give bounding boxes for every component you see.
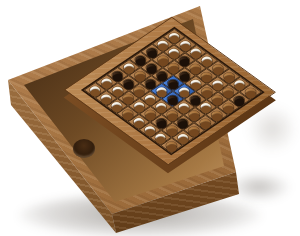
black-peg[interactable] xyxy=(178,55,192,65)
white-peg[interactable] xyxy=(155,86,169,96)
natural-peg[interactable] xyxy=(200,71,214,81)
black-peg[interactable] xyxy=(133,54,147,64)
white-peg[interactable] xyxy=(99,77,113,87)
black-peg[interactable] xyxy=(110,70,124,80)
natural-peg[interactable] xyxy=(210,110,224,120)
black-peg[interactable] xyxy=(166,94,180,104)
product-photo-stage xyxy=(0,0,300,236)
natural-peg[interactable] xyxy=(221,102,235,112)
white-peg[interactable] xyxy=(110,85,124,95)
natural-peg[interactable] xyxy=(211,63,225,73)
white-peg[interactable] xyxy=(199,102,213,112)
natural-peg[interactable] xyxy=(187,125,201,135)
white-peg[interactable] xyxy=(177,102,191,112)
black-peg[interactable] xyxy=(177,71,191,81)
natural-peg[interactable] xyxy=(165,109,179,119)
natural-peg[interactable] xyxy=(121,93,135,103)
black-peg[interactable] xyxy=(154,117,168,127)
natural-peg[interactable] xyxy=(199,86,213,96)
white-peg[interactable] xyxy=(153,133,167,143)
black-peg[interactable] xyxy=(144,78,158,88)
white-peg[interactable] xyxy=(200,55,214,65)
natural-peg[interactable] xyxy=(133,70,147,80)
black-peg[interactable] xyxy=(144,62,158,72)
white-peg[interactable] xyxy=(156,39,170,49)
white-peg[interactable] xyxy=(177,86,191,96)
white-peg[interactable] xyxy=(88,85,102,95)
natural-peg[interactable] xyxy=(143,109,157,119)
natural-peg[interactable] xyxy=(164,141,178,151)
black-peg[interactable] xyxy=(144,47,158,57)
black-peg[interactable] xyxy=(232,95,246,105)
white-peg[interactable] xyxy=(176,133,190,143)
black-peg[interactable] xyxy=(121,78,135,88)
natural-peg[interactable] xyxy=(155,55,169,65)
natural-peg[interactable] xyxy=(198,118,212,128)
white-peg[interactable] xyxy=(210,79,224,89)
white-peg[interactable] xyxy=(233,79,247,89)
natural-peg[interactable] xyxy=(166,63,180,73)
white-peg[interactable] xyxy=(143,125,157,135)
natural-peg[interactable] xyxy=(132,86,146,96)
natural-peg[interactable] xyxy=(210,94,224,104)
white-peg[interactable] xyxy=(132,101,146,111)
white-peg[interactable] xyxy=(167,47,181,57)
natural-peg[interactable] xyxy=(187,110,201,120)
white-peg[interactable] xyxy=(110,101,124,111)
white-peg[interactable] xyxy=(132,117,146,127)
black-peg[interactable] xyxy=(166,78,180,88)
white-peg[interactable] xyxy=(154,102,168,112)
natural-peg[interactable] xyxy=(189,63,203,73)
white-peg[interactable] xyxy=(167,32,181,42)
white-peg[interactable] xyxy=(99,93,113,103)
white-peg[interactable] xyxy=(188,79,202,89)
white-peg[interactable] xyxy=(189,47,203,57)
black-peg[interactable] xyxy=(155,70,169,80)
white-peg[interactable] xyxy=(122,62,136,72)
black-peg[interactable] xyxy=(188,94,202,104)
white-peg[interactable] xyxy=(178,39,192,49)
natural-peg[interactable] xyxy=(121,109,135,119)
natural-peg[interactable] xyxy=(221,87,235,97)
black-peg[interactable] xyxy=(176,117,190,127)
finger-notch xyxy=(73,139,95,158)
natural-peg[interactable] xyxy=(222,71,236,81)
white-peg[interactable] xyxy=(143,94,157,104)
natural-peg[interactable] xyxy=(165,125,179,135)
natural-peg[interactable] xyxy=(244,87,258,97)
